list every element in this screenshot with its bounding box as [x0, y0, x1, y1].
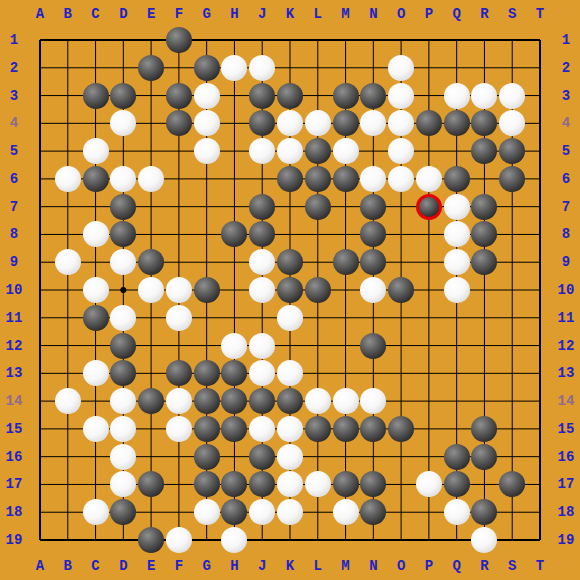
intersection[interactable] — [359, 471, 387, 499]
intersection[interactable] — [109, 165, 137, 193]
intersection[interactable] — [193, 248, 221, 276]
intersection[interactable] — [526, 165, 554, 193]
intersection[interactable] — [526, 109, 554, 137]
intersection[interactable] — [26, 332, 54, 360]
intersection[interactable] — [304, 443, 332, 471]
intersection[interactable] — [221, 387, 249, 415]
intersection[interactable] — [387, 471, 415, 499]
intersection[interactable] — [193, 193, 221, 221]
intersection[interactable] — [26, 387, 54, 415]
intersection[interactable] — [82, 221, 110, 249]
intersection[interactable] — [54, 332, 82, 360]
intersection[interactable] — [359, 415, 387, 443]
intersection[interactable] — [248, 359, 276, 387]
intersection[interactable] — [54, 443, 82, 471]
intersection[interactable] — [109, 54, 137, 82]
intersection[interactable] — [498, 54, 526, 82]
intersection[interactable] — [137, 498, 165, 526]
intersection[interactable] — [54, 82, 82, 110]
intersection[interactable] — [276, 526, 304, 554]
intersection[interactable] — [332, 137, 360, 165]
intersection[interactable] — [248, 54, 276, 82]
intersection[interactable] — [415, 137, 443, 165]
intersection[interactable] — [109, 221, 137, 249]
intersection[interactable] — [248, 165, 276, 193]
intersection[interactable] — [82, 165, 110, 193]
intersection[interactable] — [26, 276, 54, 304]
intersection[interactable] — [221, 276, 249, 304]
intersection[interactable] — [332, 332, 360, 360]
intersection[interactable] — [248, 221, 276, 249]
intersection[interactable] — [26, 443, 54, 471]
intersection[interactable] — [26, 221, 54, 249]
intersection[interactable] — [443, 82, 471, 110]
intersection[interactable] — [498, 443, 526, 471]
intersection[interactable] — [526, 332, 554, 360]
intersection[interactable] — [165, 165, 193, 193]
intersection[interactable] — [304, 359, 332, 387]
intersection[interactable] — [221, 498, 249, 526]
intersection[interactable] — [359, 332, 387, 360]
intersection[interactable] — [193, 276, 221, 304]
intersection[interactable] — [304, 221, 332, 249]
intersection[interactable] — [471, 304, 499, 332]
intersection[interactable] — [443, 526, 471, 554]
intersection[interactable] — [276, 498, 304, 526]
intersection[interactable] — [359, 387, 387, 415]
intersection[interactable] — [109, 248, 137, 276]
intersection[interactable] — [54, 359, 82, 387]
intersection[interactable] — [109, 498, 137, 526]
intersection[interactable] — [415, 304, 443, 332]
intersection[interactable] — [276, 165, 304, 193]
intersection[interactable] — [54, 498, 82, 526]
intersection[interactable] — [304, 137, 332, 165]
intersection[interactable] — [387, 332, 415, 360]
intersection[interactable] — [387, 276, 415, 304]
intersection[interactable] — [526, 221, 554, 249]
intersection[interactable] — [54, 471, 82, 499]
intersection[interactable] — [415, 332, 443, 360]
intersection[interactable] — [248, 193, 276, 221]
intersection[interactable] — [193, 137, 221, 165]
intersection[interactable] — [387, 304, 415, 332]
intersection[interactable] — [221, 54, 249, 82]
intersection[interactable] — [193, 387, 221, 415]
intersection[interactable] — [526, 137, 554, 165]
intersection[interactable] — [415, 443, 443, 471]
intersection[interactable] — [387, 109, 415, 137]
intersection[interactable] — [137, 54, 165, 82]
intersection[interactable] — [471, 443, 499, 471]
intersection[interactable] — [498, 82, 526, 110]
intersection[interactable] — [82, 443, 110, 471]
intersection[interactable] — [526, 304, 554, 332]
intersection[interactable] — [221, 332, 249, 360]
intersection[interactable] — [443, 276, 471, 304]
intersection[interactable] — [415, 526, 443, 554]
intersection[interactable] — [387, 221, 415, 249]
intersection[interactable] — [359, 109, 387, 137]
intersection[interactable] — [387, 443, 415, 471]
intersection[interactable] — [82, 387, 110, 415]
intersection[interactable] — [498, 304, 526, 332]
intersection[interactable] — [248, 387, 276, 415]
intersection[interactable] — [165, 82, 193, 110]
intersection[interactable] — [498, 221, 526, 249]
intersection[interactable] — [332, 165, 360, 193]
intersection[interactable] — [276, 221, 304, 249]
intersection[interactable] — [54, 193, 82, 221]
intersection[interactable] — [193, 304, 221, 332]
intersection[interactable] — [221, 221, 249, 249]
intersection[interactable] — [82, 54, 110, 82]
intersection[interactable] — [387, 137, 415, 165]
intersection[interactable] — [359, 26, 387, 54]
intersection[interactable] — [109, 526, 137, 554]
intersection[interactable] — [26, 137, 54, 165]
intersection[interactable] — [54, 109, 82, 137]
intersection[interactable] — [165, 248, 193, 276]
intersection[interactable] — [248, 109, 276, 137]
intersection[interactable] — [387, 526, 415, 554]
intersection[interactable] — [248, 82, 276, 110]
intersection[interactable] — [221, 26, 249, 54]
intersection[interactable] — [276, 304, 304, 332]
intersection[interactable] — [471, 332, 499, 360]
intersection[interactable] — [443, 304, 471, 332]
intersection[interactable] — [221, 109, 249, 137]
intersection[interactable] — [443, 443, 471, 471]
intersection[interactable] — [443, 332, 471, 360]
intersection[interactable] — [359, 276, 387, 304]
intersection[interactable] — [332, 193, 360, 221]
intersection[interactable] — [193, 471, 221, 499]
intersection[interactable] — [304, 26, 332, 54]
intersection[interactable] — [471, 359, 499, 387]
intersection[interactable] — [387, 165, 415, 193]
intersection[interactable] — [248, 332, 276, 360]
intersection[interactable] — [415, 276, 443, 304]
intersection[interactable] — [443, 137, 471, 165]
intersection[interactable] — [109, 359, 137, 387]
intersection[interactable] — [471, 221, 499, 249]
intersection[interactable] — [304, 387, 332, 415]
intersection[interactable] — [54, 221, 82, 249]
intersection[interactable] — [359, 526, 387, 554]
intersection[interactable] — [109, 276, 137, 304]
intersection[interactable] — [82, 498, 110, 526]
intersection[interactable] — [443, 54, 471, 82]
intersection[interactable] — [359, 498, 387, 526]
intersection[interactable] — [332, 387, 360, 415]
intersection[interactable] — [109, 193, 137, 221]
intersection[interactable] — [82, 109, 110, 137]
intersection[interactable] — [415, 82, 443, 110]
intersection[interactable] — [498, 415, 526, 443]
intersection[interactable] — [165, 221, 193, 249]
intersection[interactable] — [54, 26, 82, 54]
intersection[interactable] — [165, 54, 193, 82]
intersection[interactable] — [332, 248, 360, 276]
intersection[interactable] — [193, 82, 221, 110]
intersection[interactable] — [26, 109, 54, 137]
intersection[interactable] — [137, 109, 165, 137]
intersection[interactable] — [415, 109, 443, 137]
intersection[interactable] — [54, 165, 82, 193]
intersection[interactable] — [165, 415, 193, 443]
intersection[interactable] — [221, 443, 249, 471]
intersection[interactable] — [332, 109, 360, 137]
intersection[interactable] — [26, 471, 54, 499]
intersection[interactable] — [359, 359, 387, 387]
intersection[interactable] — [82, 471, 110, 499]
intersection[interactable] — [498, 248, 526, 276]
intersection[interactable] — [137, 359, 165, 387]
intersection[interactable] — [137, 248, 165, 276]
intersection[interactable] — [359, 137, 387, 165]
intersection[interactable] — [359, 304, 387, 332]
intersection[interactable] — [415, 471, 443, 499]
intersection[interactable] — [387, 498, 415, 526]
intersection[interactable] — [471, 248, 499, 276]
intersection[interactable] — [248, 248, 276, 276]
intersection[interactable] — [26, 26, 54, 54]
intersection[interactable] — [443, 221, 471, 249]
intersection[interactable] — [137, 193, 165, 221]
intersection[interactable] — [443, 387, 471, 415]
intersection[interactable] — [276, 54, 304, 82]
intersection[interactable] — [332, 526, 360, 554]
intersection[interactable] — [82, 137, 110, 165]
intersection[interactable] — [276, 387, 304, 415]
intersection[interactable] — [165, 193, 193, 221]
intersection[interactable] — [359, 443, 387, 471]
intersection[interactable] — [26, 304, 54, 332]
intersection[interactable] — [82, 526, 110, 554]
intersection[interactable] — [276, 137, 304, 165]
intersection[interactable] — [54, 137, 82, 165]
intersection[interactable] — [471, 54, 499, 82]
intersection[interactable] — [359, 248, 387, 276]
intersection[interactable] — [471, 526, 499, 554]
intersection[interactable] — [165, 443, 193, 471]
intersection[interactable] — [304, 82, 332, 110]
intersection[interactable] — [276, 332, 304, 360]
intersection[interactable] — [193, 415, 221, 443]
intersection[interactable] — [415, 54, 443, 82]
intersection[interactable] — [498, 471, 526, 499]
intersection[interactable] — [109, 304, 137, 332]
intersection[interactable] — [165, 471, 193, 499]
intersection[interactable] — [526, 526, 554, 554]
intersection[interactable] — [526, 415, 554, 443]
intersection[interactable] — [276, 193, 304, 221]
intersection[interactable] — [109, 26, 137, 54]
intersection[interactable] — [498, 387, 526, 415]
intersection[interactable] — [304, 332, 332, 360]
intersection[interactable] — [221, 137, 249, 165]
intersection[interactable] — [443, 359, 471, 387]
intersection[interactable] — [248, 471, 276, 499]
intersection[interactable] — [193, 332, 221, 360]
intersection[interactable] — [221, 526, 249, 554]
intersection[interactable] — [137, 165, 165, 193]
intersection[interactable] — [54, 248, 82, 276]
intersection[interactable] — [82, 415, 110, 443]
intersection[interactable] — [526, 82, 554, 110]
intersection[interactable] — [109, 332, 137, 360]
intersection[interactable] — [304, 471, 332, 499]
intersection[interactable] — [193, 359, 221, 387]
intersection[interactable] — [359, 82, 387, 110]
intersection[interactable] — [137, 304, 165, 332]
intersection[interactable] — [332, 82, 360, 110]
intersection[interactable] — [248, 26, 276, 54]
intersection[interactable] — [443, 193, 471, 221]
intersection[interactable] — [498, 26, 526, 54]
intersection[interactable] — [137, 443, 165, 471]
intersection[interactable] — [526, 26, 554, 54]
intersection[interactable] — [137, 221, 165, 249]
intersection[interactable] — [193, 498, 221, 526]
intersection[interactable] — [304, 526, 332, 554]
intersection[interactable] — [109, 443, 137, 471]
intersection[interactable] — [193, 221, 221, 249]
intersection[interactable] — [165, 109, 193, 137]
intersection[interactable] — [526, 193, 554, 221]
intersection[interactable] — [221, 248, 249, 276]
intersection[interactable] — [498, 137, 526, 165]
intersection[interactable] — [82, 26, 110, 54]
intersection[interactable] — [276, 109, 304, 137]
intersection[interactable] — [221, 165, 249, 193]
intersection[interactable] — [221, 82, 249, 110]
intersection[interactable] — [526, 443, 554, 471]
intersection[interactable] — [415, 26, 443, 54]
intersection[interactable] — [471, 193, 499, 221]
intersection[interactable] — [26, 54, 54, 82]
intersection[interactable] — [109, 109, 137, 137]
intersection[interactable] — [165, 498, 193, 526]
intersection[interactable] — [332, 498, 360, 526]
intersection[interactable] — [248, 276, 276, 304]
intersection[interactable] — [526, 359, 554, 387]
intersection[interactable] — [415, 221, 443, 249]
intersection[interactable] — [193, 526, 221, 554]
go-board[interactable] — [26, 26, 554, 554]
intersection[interactable] — [54, 387, 82, 415]
intersection[interactable] — [387, 415, 415, 443]
intersection[interactable] — [165, 137, 193, 165]
intersection[interactable] — [443, 498, 471, 526]
intersection[interactable] — [332, 26, 360, 54]
intersection[interactable] — [526, 276, 554, 304]
intersection[interactable] — [304, 498, 332, 526]
intersection[interactable] — [471, 471, 499, 499]
intersection[interactable] — [471, 415, 499, 443]
intersection[interactable] — [304, 276, 332, 304]
intersection[interactable] — [109, 137, 137, 165]
intersection[interactable] — [248, 415, 276, 443]
intersection[interactable] — [443, 26, 471, 54]
intersection[interactable] — [276, 443, 304, 471]
intersection[interactable] — [387, 26, 415, 54]
intersection[interactable] — [54, 526, 82, 554]
intersection[interactable] — [471, 82, 499, 110]
intersection[interactable] — [415, 165, 443, 193]
intersection[interactable] — [137, 332, 165, 360]
intersection[interactable] — [304, 193, 332, 221]
intersection[interactable] — [359, 54, 387, 82]
intersection[interactable] — [332, 471, 360, 499]
intersection[interactable] — [165, 387, 193, 415]
intersection[interactable] — [443, 471, 471, 499]
intersection[interactable] — [165, 332, 193, 360]
intersection[interactable] — [387, 82, 415, 110]
intersection[interactable] — [304, 54, 332, 82]
intersection[interactable] — [387, 387, 415, 415]
intersection[interactable] — [137, 276, 165, 304]
intersection[interactable] — [248, 498, 276, 526]
intersection[interactable] — [387, 193, 415, 221]
intersection[interactable] — [165, 359, 193, 387]
intersection[interactable] — [498, 359, 526, 387]
intersection[interactable] — [26, 359, 54, 387]
intersection[interactable] — [109, 471, 137, 499]
intersection[interactable] — [415, 193, 443, 221]
intersection[interactable] — [221, 471, 249, 499]
intersection[interactable] — [304, 109, 332, 137]
intersection[interactable] — [387, 359, 415, 387]
intersection[interactable] — [137, 82, 165, 110]
intersection[interactable] — [415, 248, 443, 276]
intersection[interactable] — [193, 54, 221, 82]
intersection[interactable] — [359, 221, 387, 249]
intersection[interactable] — [471, 137, 499, 165]
intersection[interactable] — [193, 443, 221, 471]
intersection[interactable] — [443, 248, 471, 276]
intersection[interactable] — [221, 415, 249, 443]
intersection[interactable] — [387, 248, 415, 276]
intersection[interactable] — [304, 415, 332, 443]
intersection[interactable] — [526, 387, 554, 415]
intersection[interactable] — [137, 471, 165, 499]
intersection[interactable] — [26, 82, 54, 110]
intersection[interactable] — [443, 165, 471, 193]
intersection[interactable] — [276, 359, 304, 387]
intersection[interactable] — [248, 443, 276, 471]
intersection[interactable] — [193, 109, 221, 137]
intersection[interactable] — [471, 276, 499, 304]
intersection[interactable] — [276, 82, 304, 110]
intersection[interactable] — [276, 471, 304, 499]
intersection[interactable] — [221, 304, 249, 332]
intersection[interactable] — [82, 82, 110, 110]
intersection[interactable] — [165, 26, 193, 54]
intersection[interactable] — [526, 498, 554, 526]
intersection[interactable] — [109, 387, 137, 415]
intersection[interactable] — [82, 276, 110, 304]
intersection[interactable] — [443, 415, 471, 443]
intersection[interactable] — [26, 193, 54, 221]
intersection[interactable] — [248, 137, 276, 165]
intersection[interactable] — [498, 109, 526, 137]
intersection[interactable] — [26, 526, 54, 554]
intersection[interactable] — [304, 165, 332, 193]
intersection[interactable] — [221, 193, 249, 221]
intersection[interactable] — [387, 54, 415, 82]
